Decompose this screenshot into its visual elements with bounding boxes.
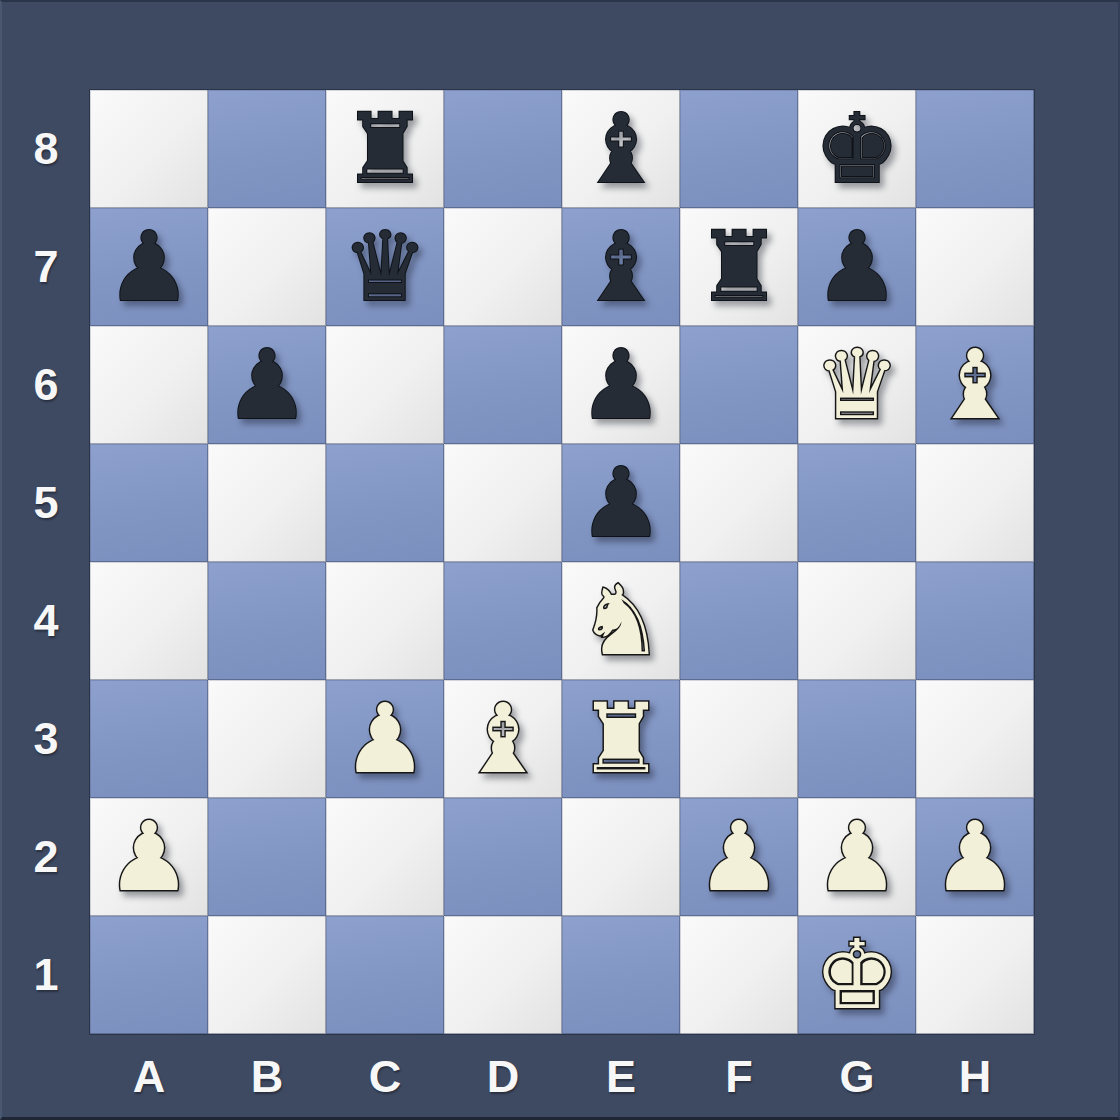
- chess-board-window: 87654321 ♜♝♚♟♛♝♜♟♟♟♛♝♟♞♟♝♜♟♟♟♟♚ ABCDEFGH: [0, 0, 1120, 1120]
- square-e3[interactable]: ♜: [562, 680, 680, 798]
- square-b7[interactable]: [208, 208, 326, 326]
- square-b1[interactable]: [208, 916, 326, 1034]
- square-c2[interactable]: [326, 798, 444, 916]
- square-e4[interactable]: ♞: [562, 562, 680, 680]
- square-f5[interactable]: [680, 444, 798, 562]
- rank-label-2: 2: [2, 798, 90, 916]
- square-c6[interactable]: [326, 326, 444, 444]
- white-queen-g6[interactable]: ♛: [814, 326, 900, 444]
- square-d8[interactable]: [444, 90, 562, 208]
- square-h6[interactable]: ♝: [916, 326, 1034, 444]
- square-b4[interactable]: [208, 562, 326, 680]
- black-pawn-e5[interactable]: ♟: [578, 444, 664, 562]
- black-queen-c7[interactable]: ♛: [342, 208, 428, 326]
- black-pawn-a7[interactable]: ♟: [106, 208, 192, 326]
- white-pawn-g2[interactable]: ♟: [814, 798, 900, 916]
- square-h3[interactable]: [916, 680, 1034, 798]
- square-d2[interactable]: [444, 798, 562, 916]
- file-label-f: F: [680, 1034, 798, 1119]
- black-rook-c8[interactable]: ♜: [342, 90, 428, 208]
- square-a1[interactable]: [90, 916, 208, 1034]
- chess-board[interactable]: ♜♝♚♟♛♝♜♟♟♟♛♝♟♞♟♝♜♟♟♟♟♚: [90, 90, 1034, 1034]
- rank-label-7: 7: [2, 208, 90, 326]
- file-label-g: G: [798, 1034, 916, 1119]
- white-bishop-d3[interactable]: ♝: [460, 680, 546, 798]
- square-a4[interactable]: [90, 562, 208, 680]
- rank-label-3: 3: [2, 680, 90, 798]
- square-a8[interactable]: [90, 90, 208, 208]
- square-e8[interactable]: ♝: [562, 90, 680, 208]
- file-label-e: E: [562, 1034, 680, 1119]
- white-pawn-f2[interactable]: ♟: [696, 798, 782, 916]
- white-bishop-h6[interactable]: ♝: [932, 326, 1018, 444]
- file-label-c: C: [326, 1034, 444, 1119]
- file-label-h: H: [916, 1034, 1034, 1119]
- square-c1[interactable]: [326, 916, 444, 1034]
- square-a3[interactable]: [90, 680, 208, 798]
- file-label-d: D: [444, 1034, 562, 1119]
- square-a5[interactable]: [90, 444, 208, 562]
- white-pawn-c3[interactable]: ♟: [342, 680, 428, 798]
- square-f8[interactable]: [680, 90, 798, 208]
- square-h8[interactable]: [916, 90, 1034, 208]
- square-g5[interactable]: [798, 444, 916, 562]
- square-e5[interactable]: ♟: [562, 444, 680, 562]
- black-pawn-g7[interactable]: ♟: [814, 208, 900, 326]
- square-c8[interactable]: ♜: [326, 90, 444, 208]
- black-bishop-e8[interactable]: ♝: [578, 90, 664, 208]
- square-g1[interactable]: ♚: [798, 916, 916, 1034]
- square-c4[interactable]: [326, 562, 444, 680]
- square-d5[interactable]: [444, 444, 562, 562]
- square-g3[interactable]: [798, 680, 916, 798]
- file-label-b: B: [208, 1034, 326, 1119]
- square-c3[interactable]: ♟: [326, 680, 444, 798]
- square-g7[interactable]: ♟: [798, 208, 916, 326]
- rank-label-8: 8: [2, 90, 90, 208]
- square-e7[interactable]: ♝: [562, 208, 680, 326]
- square-g6[interactable]: ♛: [798, 326, 916, 444]
- square-f7[interactable]: ♜: [680, 208, 798, 326]
- square-a7[interactable]: ♟: [90, 208, 208, 326]
- rank-label-5: 5: [2, 444, 90, 562]
- rank-labels: 87654321: [2, 90, 90, 1034]
- rank-label-1: 1: [2, 916, 90, 1034]
- square-g2[interactable]: ♟: [798, 798, 916, 916]
- square-d3[interactable]: ♝: [444, 680, 562, 798]
- square-b2[interactable]: [208, 798, 326, 916]
- square-f3[interactable]: [680, 680, 798, 798]
- square-d7[interactable]: [444, 208, 562, 326]
- file-label-a: A: [90, 1034, 208, 1119]
- square-h7[interactable]: [916, 208, 1034, 326]
- white-rook-e3[interactable]: ♜: [578, 680, 664, 798]
- square-a6[interactable]: [90, 326, 208, 444]
- white-pawn-h2[interactable]: ♟: [932, 798, 1018, 916]
- square-e1[interactable]: [562, 916, 680, 1034]
- square-b5[interactable]: [208, 444, 326, 562]
- white-knight-e4[interactable]: ♞: [578, 562, 664, 680]
- white-pawn-a2[interactable]: ♟: [106, 798, 192, 916]
- black-rook-f7[interactable]: ♜: [696, 208, 782, 326]
- square-d6[interactable]: [444, 326, 562, 444]
- square-e6[interactable]: ♟: [562, 326, 680, 444]
- square-a2[interactable]: ♟: [90, 798, 208, 916]
- square-f2[interactable]: ♟: [680, 798, 798, 916]
- square-e2[interactable]: [562, 798, 680, 916]
- square-f1[interactable]: [680, 916, 798, 1034]
- black-king-g8[interactable]: ♚: [814, 90, 900, 208]
- rank-label-6: 6: [2, 326, 90, 444]
- square-b6[interactable]: ♟: [208, 326, 326, 444]
- square-c5[interactable]: [326, 444, 444, 562]
- square-b3[interactable]: [208, 680, 326, 798]
- square-h2[interactable]: ♟: [916, 798, 1034, 916]
- square-d4[interactable]: [444, 562, 562, 680]
- square-f6[interactable]: [680, 326, 798, 444]
- square-h1[interactable]: [916, 916, 1034, 1034]
- black-bishop-e7[interactable]: ♝: [578, 208, 664, 326]
- black-pawn-e6[interactable]: ♟: [578, 326, 664, 444]
- square-h4[interactable]: [916, 562, 1034, 680]
- square-f4[interactable]: [680, 562, 798, 680]
- black-pawn-b6[interactable]: ♟: [224, 326, 310, 444]
- white-king-g1[interactable]: ♚: [814, 916, 900, 1034]
- square-b8[interactable]: [208, 90, 326, 208]
- file-labels: ABCDEFGH: [90, 1034, 1034, 1119]
- square-h5[interactable]: [916, 444, 1034, 562]
- square-g4[interactable]: [798, 562, 916, 680]
- rank-label-4: 4: [2, 562, 90, 680]
- square-d1[interactable]: [444, 916, 562, 1034]
- square-g8[interactable]: ♚: [798, 90, 916, 208]
- square-c7[interactable]: ♛: [326, 208, 444, 326]
